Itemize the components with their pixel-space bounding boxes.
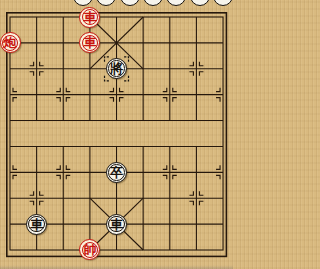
piece-black-soldier[interactable]: 卒 — [106, 162, 127, 183]
piece-glyph: 將 — [110, 62, 123, 75]
tray-piece — [96, 0, 116, 6]
tray-piece — [73, 0, 93, 6]
tray-piece — [166, 0, 186, 6]
board-point: 卒 — [103, 159, 130, 185]
board-point: 車 — [103, 211, 130, 237]
xiangqi-board[interactable]: 車炮車將卒車車帥 — [0, 0, 233, 269]
bottom-shade — [0, 265, 233, 269]
tray-piece — [190, 0, 210, 6]
piece-red-cannon[interactable]: 炮 — [0, 32, 21, 53]
tray-piece — [120, 0, 140, 6]
xiangqi-app: 車炮車將卒車車帥 — [0, 0, 233, 269]
board-point: 帥 — [77, 237, 104, 263]
piece-red-chariot-2[interactable]: 車 — [79, 32, 100, 53]
piece-black-chariot-1[interactable]: 車 — [26, 214, 47, 235]
piece-glyph: 車 — [30, 217, 43, 230]
piece-glyph: 卒 — [110, 165, 123, 178]
piece-glyph: 炮 — [4, 36, 17, 49]
board-point: 炮 — [0, 30, 23, 56]
piece-black-chariot-2[interactable]: 車 — [106, 214, 127, 235]
board-grid: 車炮車將卒車車帥 — [0, 4, 233, 263]
tray-piece — [143, 0, 163, 6]
piece-glyph: 車 — [83, 36, 96, 49]
captured-piece-tray — [0, 0, 233, 10]
tray-piece — [213, 0, 233, 6]
board-point: 車 — [77, 30, 104, 56]
piece-glyph: 帥 — [83, 243, 96, 256]
piece-glyph: 車 — [110, 217, 123, 230]
piece-glyph: 車 — [83, 10, 96, 23]
piece-black-general[interactable]: 將 — [106, 58, 127, 79]
board-point: 將 — [103, 56, 130, 82]
piece-red-general[interactable]: 帥 — [79, 239, 100, 260]
board-point: 車 — [23, 211, 50, 237]
